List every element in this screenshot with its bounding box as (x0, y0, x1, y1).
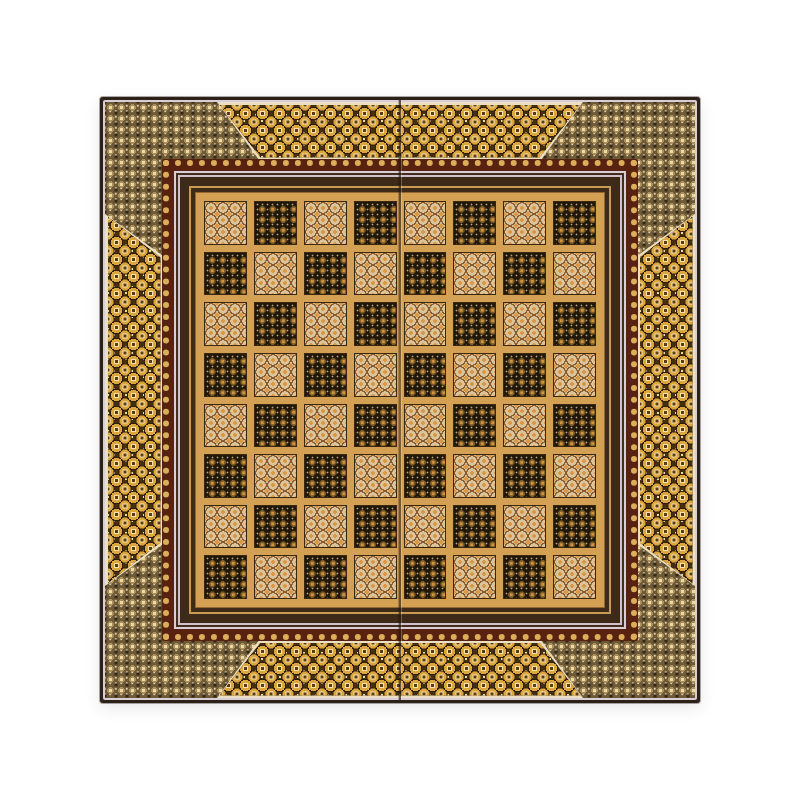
square-d2[interactable] (354, 505, 397, 549)
square-f4[interactable] (453, 404, 496, 448)
square-b8[interactable] (254, 201, 297, 245)
square-d7[interactable] (354, 252, 397, 296)
square-b3[interactable] (254, 454, 297, 498)
square-a2[interactable] (204, 505, 247, 549)
flower-band-left-pattern (108, 217, 161, 584)
square-e6[interactable] (404, 302, 447, 346)
square-a4[interactable] (204, 404, 247, 448)
square-g4[interactable] (503, 404, 546, 448)
square-b5[interactable] (254, 353, 297, 397)
square-a1[interactable] (204, 555, 247, 599)
square-c4[interactable] (304, 404, 347, 448)
square-f3[interactable] (453, 454, 496, 498)
square-e8[interactable] (404, 201, 447, 245)
square-e2[interactable] (404, 505, 447, 549)
square-h3[interactable] (553, 454, 596, 498)
flower-band-left (105, 214, 163, 586)
square-e5[interactable] (404, 353, 447, 397)
square-d6[interactable] (354, 302, 397, 346)
square-h5[interactable] (553, 353, 596, 397)
square-f8[interactable] (453, 201, 496, 245)
square-a3[interactable] (204, 454, 247, 498)
square-h7[interactable] (553, 252, 596, 296)
square-d1[interactable] (354, 555, 397, 599)
square-c8[interactable] (304, 201, 347, 245)
square-c2[interactable] (304, 505, 347, 549)
square-e4[interactable] (404, 404, 447, 448)
square-f7[interactable] (453, 252, 496, 296)
square-f1[interactable] (453, 555, 496, 599)
square-c5[interactable] (304, 353, 347, 397)
square-g6[interactable] (503, 302, 546, 346)
square-g8[interactable] (503, 201, 546, 245)
square-d5[interactable] (354, 353, 397, 397)
square-f2[interactable] (453, 505, 496, 549)
flower-band-right-pattern (640, 217, 693, 584)
square-h4[interactable] (553, 404, 596, 448)
square-a7[interactable] (204, 252, 247, 296)
square-c1[interactable] (304, 555, 347, 599)
square-e1[interactable] (404, 555, 447, 599)
square-b1[interactable] (254, 555, 297, 599)
square-g3[interactable] (503, 454, 546, 498)
square-e3[interactable] (404, 454, 447, 498)
square-b7[interactable] (254, 252, 297, 296)
square-h1[interactable] (553, 555, 596, 599)
square-b6[interactable] (254, 302, 297, 346)
square-d4[interactable] (354, 404, 397, 448)
square-b4[interactable] (254, 404, 297, 448)
square-g2[interactable] (503, 505, 546, 549)
square-f6[interactable] (453, 302, 496, 346)
square-h8[interactable] (553, 201, 596, 245)
square-g7[interactable] (503, 252, 546, 296)
square-f5[interactable] (453, 353, 496, 397)
square-d8[interactable] (354, 201, 397, 245)
flower-band-right (637, 214, 695, 586)
square-a8[interactable] (204, 201, 247, 245)
square-a5[interactable] (204, 353, 247, 397)
square-c7[interactable] (304, 252, 347, 296)
square-g5[interactable] (503, 353, 546, 397)
square-g1[interactable] (503, 555, 546, 599)
square-b2[interactable] (254, 505, 297, 549)
square-c3[interactable] (304, 454, 347, 498)
chess-board (100, 97, 700, 703)
square-e7[interactable] (404, 252, 447, 296)
square-h2[interactable] (553, 505, 596, 549)
fold-seam (399, 100, 401, 700)
square-d3[interactable] (354, 454, 397, 498)
square-h6[interactable] (553, 302, 596, 346)
square-c6[interactable] (304, 302, 347, 346)
photo-backdrop (0, 0, 800, 800)
square-a6[interactable] (204, 302, 247, 346)
